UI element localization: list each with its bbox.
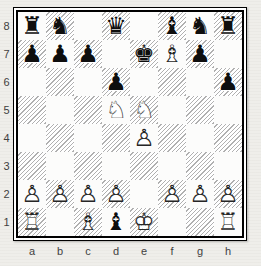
white-pawn: ♟♙ [74,180,102,208]
square-d7 [102,40,130,68]
square-f3 [158,152,186,180]
black-pawn: ♟ [214,68,242,96]
file-label-h: h [214,245,242,257]
square-b2: ♟♙ [46,180,74,208]
square-g1 [186,208,214,236]
square-d3 [102,152,130,180]
square-c6 [74,68,102,96]
square-h5 [214,96,242,124]
white-king: ♚♔ [130,208,158,236]
square-f6 [158,68,186,96]
square-d8: ♛ [102,12,130,40]
file-label-d: d [102,245,130,257]
square-e2 [130,180,158,208]
square-d4 [102,124,130,152]
black-rook: ♜ [18,12,46,40]
square-f4 [158,124,186,152]
black-king: ♚ [130,40,158,68]
white-pawn: ♟♙ [186,180,214,208]
square-g4 [186,124,214,152]
square-b8: ♞ [46,12,74,40]
black-knight: ♞ [186,12,214,40]
square-h6: ♟ [214,68,242,96]
square-f5 [158,96,186,124]
black-knight: ♞ [46,12,74,40]
square-c2: ♟♙ [74,180,102,208]
file-label-e: e [130,245,158,257]
white-bishop: ♝♗ [74,208,102,236]
black-pawn: ♟ [186,40,214,68]
square-d2: ♟♙ [102,180,130,208]
square-d1: ♝ [102,208,130,236]
file-label-f: f [158,245,186,257]
rank-label-3: 3 [0,152,13,180]
square-h3 [214,152,242,180]
file-label-b: b [46,245,74,257]
square-b5 [46,96,74,124]
rank-label-4: 4 [0,124,13,152]
chess-board: ♜♞♛♝♞♜♟♟♟♚♝♗♟♟♟♞♘♞♘♟♙♟♙♟♙♟♙♟♙♟♙♟♙♟♙♜♖♝♗♝… [16,10,244,238]
file-label-g: g [186,245,214,257]
white-pawn: ♟♙ [18,180,46,208]
square-e8 [130,12,158,40]
rank-labels: 87654321 [0,12,13,236]
square-g7: ♟ [186,40,214,68]
square-g5 [186,96,214,124]
file-label-a: a [18,245,46,257]
square-c5 [74,96,102,124]
white-pawn: ♟♙ [130,124,158,152]
rank-label-6: 6 [0,68,13,96]
square-a5 [18,96,46,124]
square-f1 [158,208,186,236]
black-pawn: ♟ [18,40,46,68]
rank-label-2: 2 [0,180,13,208]
square-a2: ♟♙ [18,180,46,208]
square-a8: ♜ [18,12,46,40]
square-g3 [186,152,214,180]
square-c7: ♟ [74,40,102,68]
square-a1: ♜♖ [18,208,46,236]
white-bishop: ♝♗ [158,40,186,68]
rank-label-7: 7 [0,40,13,68]
black-bishop: ♝ [158,12,186,40]
black-queen: ♛ [102,12,130,40]
square-h4 [214,124,242,152]
black-rook: ♜ [214,12,242,40]
white-pawn: ♟♙ [158,180,186,208]
square-b1 [46,208,74,236]
square-b7: ♟ [46,40,74,68]
square-h7 [214,40,242,68]
square-g8: ♞ [186,12,214,40]
board-frame: ♜♞♛♝♞♜♟♟♟♚♝♗♟♟♟♞♘♞♘♟♙♟♙♟♙♟♙♟♙♟♙♟♙♟♙♜♖♝♗♝… [13,7,247,241]
rank-label-1: 1 [0,208,13,236]
square-d6: ♟ [102,68,130,96]
square-b6 [46,68,74,96]
black-bishop: ♝ [102,208,130,236]
white-pawn: ♟♙ [102,180,130,208]
square-e4: ♟♙ [130,124,158,152]
square-e1: ♚♔ [130,208,158,236]
square-e6 [130,68,158,96]
square-f8: ♝ [158,12,186,40]
square-e5: ♞♘ [130,96,158,124]
square-h1: ♜♖ [214,208,242,236]
white-pawn: ♟♙ [214,180,242,208]
square-b4 [46,124,74,152]
square-a4 [18,124,46,152]
square-g6 [186,68,214,96]
square-a3 [18,152,46,180]
white-rook: ♜♖ [214,208,242,236]
square-f2: ♟♙ [158,180,186,208]
square-c4 [74,124,102,152]
rank-label-5: 5 [0,96,13,124]
square-c1: ♝♗ [74,208,102,236]
white-rook: ♜♖ [18,208,46,236]
rank-label-8: 8 [0,12,13,40]
white-knight: ♞♘ [102,96,130,124]
square-e3 [130,152,158,180]
white-pawn: ♟♙ [46,180,74,208]
black-pawn: ♟ [74,40,102,68]
square-h8: ♜ [214,12,242,40]
file-label-c: c [74,245,102,257]
square-f7: ♝♗ [158,40,186,68]
square-a7: ♟ [18,40,46,68]
square-c3 [74,152,102,180]
square-e7: ♚ [130,40,158,68]
square-a6 [18,68,46,96]
black-pawn: ♟ [102,68,130,96]
square-c8 [74,12,102,40]
white-knight: ♞♘ [130,96,158,124]
square-g2: ♟♙ [186,180,214,208]
chess-diagram: 87654321 ♜♞♛♝♞♜♟♟♟♚♝♗♟♟♟♞♘♞♘♟♙♟♙♟♙♟♙♟♙♟♙… [0,0,261,266]
file-labels: abcdefgh [18,245,242,257]
black-pawn: ♟ [46,40,74,68]
square-h2: ♟♙ [214,180,242,208]
square-d5: ♞♘ [102,96,130,124]
square-b3 [46,152,74,180]
